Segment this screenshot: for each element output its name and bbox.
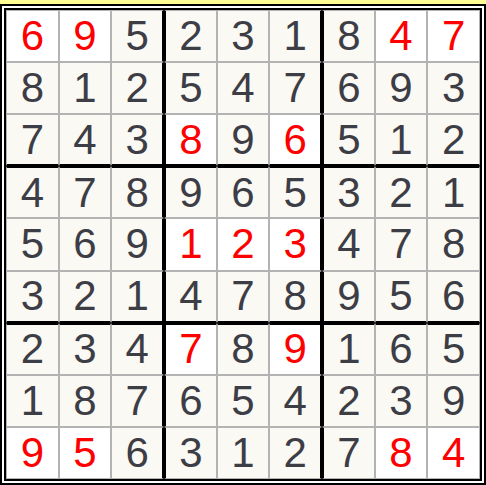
cell-r7c3[interactable]: 4	[111, 323, 164, 375]
cell-r3c5[interactable]: 9	[217, 114, 270, 166]
cell-r7c2[interactable]: 3	[59, 323, 112, 375]
cell-r8c7[interactable]: 2	[322, 375, 375, 427]
cell-r8c9[interactable]: 9	[427, 375, 480, 427]
cell-r4c5[interactable]: 6	[217, 166, 270, 218]
cell-r4c4[interactable]: 9	[164, 166, 217, 218]
cell-r7c1[interactable]: 2	[6, 323, 59, 375]
cell-r8c6[interactable]: 4	[269, 375, 322, 427]
cell-r9c6[interactable]: 2	[269, 427, 322, 479]
cell-r4c3[interactable]: 8	[111, 166, 164, 218]
sudoku-board: 6952318478125476937438965124789653215691…	[4, 8, 482, 481]
cell-r9c2[interactable]: 5	[59, 427, 112, 479]
cell-r6c5[interactable]: 7	[217, 271, 270, 323]
cell-r2c2[interactable]: 1	[59, 62, 112, 114]
cell-r4c1[interactable]: 4	[6, 166, 59, 218]
cell-r3c8[interactable]: 1	[375, 114, 428, 166]
cell-r6c3[interactable]: 1	[111, 271, 164, 323]
cell-r1c8[interactable]: 4	[375, 10, 428, 62]
cell-r1c4[interactable]: 2	[164, 10, 217, 62]
cell-r3c3[interactable]: 3	[111, 114, 164, 166]
cell-r3c6[interactable]: 6	[269, 114, 322, 166]
cell-r9c8[interactable]: 8	[375, 427, 428, 479]
cell-r2c5[interactable]: 4	[217, 62, 270, 114]
cell-r8c2[interactable]: 8	[59, 375, 112, 427]
cell-r2c1[interactable]: 8	[6, 62, 59, 114]
cell-r6c4[interactable]: 4	[164, 271, 217, 323]
cell-r8c5[interactable]: 5	[217, 375, 270, 427]
cell-r4c6[interactable]: 5	[269, 166, 322, 218]
cell-r6c9[interactable]: 6	[427, 271, 480, 323]
cell-r5c2[interactable]: 6	[59, 218, 112, 270]
cell-r4c7[interactable]: 3	[322, 166, 375, 218]
cell-r1c1[interactable]: 6	[6, 10, 59, 62]
cell-r5c8[interactable]: 7	[375, 218, 428, 270]
cell-r3c4[interactable]: 8	[164, 114, 217, 166]
cell-r1c3[interactable]: 5	[111, 10, 164, 62]
cell-r3c1[interactable]: 7	[6, 114, 59, 166]
cell-r6c6[interactable]: 8	[269, 271, 322, 323]
cell-r5c7[interactable]: 4	[322, 218, 375, 270]
cell-r9c9[interactable]: 4	[427, 427, 480, 479]
cell-r6c1[interactable]: 3	[6, 271, 59, 323]
cell-r3c9[interactable]: 2	[427, 114, 480, 166]
cell-r5c6[interactable]: 3	[269, 218, 322, 270]
cell-r7c7[interactable]: 1	[322, 323, 375, 375]
cell-r2c7[interactable]: 6	[322, 62, 375, 114]
cell-r5c1[interactable]: 5	[6, 218, 59, 270]
cell-r4c2[interactable]: 7	[59, 166, 112, 218]
cell-r6c8[interactable]: 5	[375, 271, 428, 323]
cell-r7c5[interactable]: 8	[217, 323, 270, 375]
cell-r5c3[interactable]: 9	[111, 218, 164, 270]
cell-r9c4[interactable]: 3	[164, 427, 217, 479]
cell-r8c4[interactable]: 6	[164, 375, 217, 427]
cell-r7c4[interactable]: 7	[164, 323, 217, 375]
cell-r2c3[interactable]: 2	[111, 62, 164, 114]
cell-r8c1[interactable]: 1	[6, 375, 59, 427]
cell-r7c6[interactable]: 9	[269, 323, 322, 375]
cell-r5c4[interactable]: 1	[164, 218, 217, 270]
cell-r7c8[interactable]: 6	[375, 323, 428, 375]
cell-r2c6[interactable]: 7	[269, 62, 322, 114]
cell-r2c8[interactable]: 9	[375, 62, 428, 114]
cell-r1c7[interactable]: 8	[322, 10, 375, 62]
cell-r8c3[interactable]: 7	[111, 375, 164, 427]
cell-r7c9[interactable]: 5	[427, 323, 480, 375]
cell-r2c4[interactable]: 5	[164, 62, 217, 114]
cell-r8c8[interactable]: 3	[375, 375, 428, 427]
sudoku-board-frame: 6952318478125476937438965124789653215691…	[0, 4, 486, 485]
cell-r6c7[interactable]: 9	[322, 271, 375, 323]
cell-r4c8[interactable]: 2	[375, 166, 428, 218]
cell-r2c9[interactable]: 3	[427, 62, 480, 114]
cell-r1c5[interactable]: 3	[217, 10, 270, 62]
sudoku-grid: 6952318478125476937438965124789653215691…	[6, 10, 480, 479]
cell-r9c7[interactable]: 7	[322, 427, 375, 479]
cell-r1c6[interactable]: 1	[269, 10, 322, 62]
cell-r4c9[interactable]: 1	[427, 166, 480, 218]
cell-r5c9[interactable]: 8	[427, 218, 480, 270]
cell-r9c1[interactable]: 9	[6, 427, 59, 479]
cell-r5c5[interactable]: 2	[217, 218, 270, 270]
cell-r9c3[interactable]: 6	[111, 427, 164, 479]
cell-r6c2[interactable]: 2	[59, 271, 112, 323]
cell-r3c2[interactable]: 4	[59, 114, 112, 166]
cell-r1c2[interactable]: 9	[59, 10, 112, 62]
cell-r3c7[interactable]: 5	[322, 114, 375, 166]
cell-r1c9[interactable]: 7	[427, 10, 480, 62]
cell-r9c5[interactable]: 1	[217, 427, 270, 479]
